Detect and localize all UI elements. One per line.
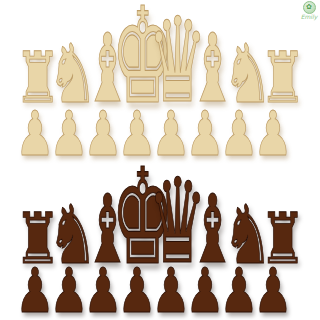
light-back-row: ♜♞♝♚♛♝♞♜ bbox=[20, 43, 300, 102]
dark-pawn: ♟ bbox=[256, 275, 290, 312]
light-pawn: ♟ bbox=[52, 118, 86, 155]
dark-pawn: ♟ bbox=[120, 275, 154, 312]
light-pawn: ♟ bbox=[256, 118, 290, 155]
dark-pawn: ♟ bbox=[86, 275, 120, 312]
brand-watermark: ✿ Emily bbox=[300, 1, 318, 21]
dark-pawn: ♟ bbox=[18, 275, 52, 312]
light-pawn: ♟ bbox=[188, 118, 222, 155]
dark-pawn: ♟ bbox=[52, 275, 86, 312]
dark-pawn: ♟ bbox=[188, 275, 222, 312]
dark-pawn: ♟ bbox=[154, 275, 188, 312]
light-pawn: ♟ bbox=[18, 118, 52, 155]
dark-pawn: ♟ bbox=[222, 275, 256, 312]
light-rook: ♜ bbox=[265, 58, 300, 102]
product-photo: ♜♞♝♚♛♝♞♜ ♟♟♟♟♟♟♟♟ ♜♞♝♚♛♝♞♜ ♟♟♟♟♟♟♟♟ ✿ Em… bbox=[0, 0, 320, 320]
brand-logo-text: Emily bbox=[301, 14, 318, 21]
light-pawn: ♟ bbox=[222, 118, 256, 155]
dark-pawn-row: ♟♟♟♟♟♟♟♟ bbox=[18, 275, 290, 312]
